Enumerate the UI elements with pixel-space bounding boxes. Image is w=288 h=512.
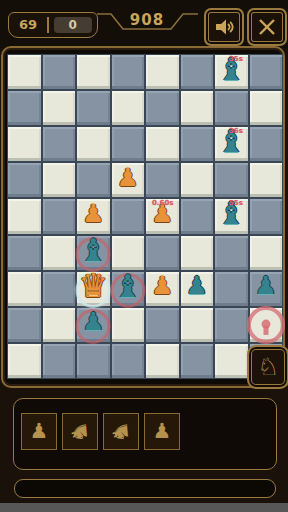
- orange-pawn[interactable]: ♟: [145, 271, 180, 307]
- cell-r1c5[interactable]: [181, 91, 214, 125]
- cell-r8c1[interactable]: [43, 344, 76, 378]
- cell-r3c6[interactable]: [215, 163, 248, 197]
- cell-r5c3[interactable]: [112, 236, 145, 270]
- cell-r0c3[interactable]: [112, 55, 145, 89]
- teal-pawn-glyph: ♟: [82, 307, 104, 336]
- cell-r0c5[interactable]: [181, 55, 214, 89]
- cell-r5c1[interactable]: [43, 236, 76, 270]
- orange-pawn[interactable]: ♟: [145, 198, 180, 234]
- cell-r8c3[interactable]: [112, 344, 145, 378]
- cell-r3c0[interactable]: [8, 163, 41, 197]
- cell-r0c7[interactable]: [250, 55, 283, 89]
- teal-bishop-glyph: ♝: [217, 51, 245, 87]
- board: ♝35s♝36s♟♟♟0.60s♝55s♝♛♝♟♟♟♟: [7, 54, 283, 379]
- orange-queen-glyph: ♛: [78, 266, 108, 305]
- orange-pawn[interactable]: ♟: [111, 162, 146, 198]
- score-value: 908: [130, 11, 164, 29]
- cell-r1c1[interactable]: [43, 91, 76, 125]
- cell-r7c6[interactable]: [215, 308, 248, 342]
- sound-button[interactable]: [204, 8, 244, 46]
- progress-bar: [14, 479, 276, 498]
- cell-r8c5[interactable]: [181, 344, 214, 378]
- cell-r5c7[interactable]: [250, 236, 283, 270]
- cell-r3c1[interactable]: [43, 163, 76, 197]
- cell-r5c5[interactable]: [181, 236, 214, 270]
- teal-pawn[interactable]: ♟: [76, 307, 111, 343]
- cell-r1c0[interactable]: [8, 91, 41, 125]
- knight-power-button[interactable]: ♘: [247, 345, 288, 389]
- cell-r4c1[interactable]: [43, 199, 76, 233]
- cell-r1c7[interactable]: [250, 91, 283, 125]
- orange-pawn-glyph: ♟: [151, 199, 173, 228]
- cell-r0c1[interactable]: [43, 55, 76, 89]
- cell-r7c0[interactable]: [8, 308, 41, 342]
- teal-bishop[interactable]: ♝: [214, 126, 249, 162]
- cell-r7c3[interactable]: [112, 308, 145, 342]
- cell-r3c4[interactable]: [146, 163, 179, 197]
- cell-r2c3[interactable]: [112, 127, 145, 161]
- game-screen: 69 0 908 ♝35s♝36s♟♟♟0.60: [0, 0, 288, 512]
- cell-r6c0[interactable]: [8, 272, 41, 306]
- cell-r0c2[interactable]: [77, 55, 110, 89]
- cell-r8c4[interactable]: [146, 344, 179, 378]
- cell-r7c1[interactable]: [43, 308, 76, 342]
- top-bar: 69 0 908: [0, 0, 288, 48]
- knight-icon: ♘: [257, 355, 279, 379]
- close-icon: [256, 16, 278, 38]
- teal-pawn-glyph: ♟: [186, 271, 208, 300]
- cell-r4c3[interactable]: [112, 199, 145, 233]
- teal-bishop[interactable]: ♝: [214, 198, 249, 234]
- cell-r2c5[interactable]: [181, 127, 214, 161]
- orange-pawn-glyph: ♟: [82, 199, 104, 228]
- tray-slot-3-knight-silhouette[interactable]: ♞: [103, 413, 139, 450]
- pawn-silhouette: ♟: [153, 421, 172, 442]
- orange-pawn-glyph: ♟: [151, 271, 173, 300]
- cell-r1c4[interactable]: [146, 91, 179, 125]
- cell-r3c5[interactable]: [181, 163, 214, 197]
- close-button[interactable]: [247, 8, 287, 46]
- teal-bishop[interactable]: ♝: [111, 271, 146, 307]
- cell-r8c2[interactable]: [77, 344, 110, 378]
- cell-r2c0[interactable]: [8, 127, 41, 161]
- orange-pawn[interactable]: ♟: [76, 198, 111, 234]
- teal-bishop[interactable]: ♝: [214, 54, 249, 90]
- cell-r5c4[interactable]: [146, 236, 179, 270]
- teal-bishop-glyph: ♝: [217, 195, 245, 231]
- tray-slots: ♟♞♞♟: [21, 413, 180, 450]
- bottom-strip: [0, 503, 288, 512]
- cell-r4c0[interactable]: [8, 199, 41, 233]
- cell-r7c4[interactable]: [146, 308, 179, 342]
- cell-r7c5[interactable]: [181, 308, 214, 342]
- teal-bishop-glyph: ♝: [114, 268, 142, 304]
- knight-silhouette: ♞: [110, 419, 133, 443]
- teal-bishop-glyph: ♝: [79, 232, 107, 268]
- cell-r1c6[interactable]: [215, 91, 248, 125]
- cell-r3c7[interactable]: [250, 163, 283, 197]
- cell-r6c1[interactable]: [43, 272, 76, 306]
- cell-r2c1[interactable]: [43, 127, 76, 161]
- orange-pawn-glyph: ♟: [117, 163, 139, 192]
- cell-r0c4[interactable]: [146, 55, 179, 89]
- cell-r8c6[interactable]: [215, 344, 248, 378]
- target-marker[interactable]: [249, 307, 284, 343]
- cell-r0c0[interactable]: [8, 55, 41, 89]
- teal-pawn[interactable]: ♟: [249, 271, 284, 307]
- cell-r5c6[interactable]: [215, 236, 248, 270]
- tray-slot-4-pawn-silhouette[interactable]: ♟: [144, 413, 180, 450]
- cell-r6c6[interactable]: [215, 272, 248, 306]
- teal-pawn-glyph: ♟: [255, 271, 277, 300]
- target-stem: [263, 326, 268, 335]
- teal-bishop-glyph: ♝: [217, 123, 245, 159]
- cell-r8c0[interactable]: [8, 344, 41, 378]
- teal-pawn[interactable]: ♟: [180, 271, 215, 307]
- tray-slot-1-pawn-silhouette[interactable]: ♟: [21, 413, 57, 450]
- speaker-icon: [213, 16, 235, 38]
- cell-r2c7[interactable]: [250, 127, 283, 161]
- board-frame: ♝35s♝36s♟♟♟0.60s♝55s♝♛♝♟♟♟♟: [1, 46, 285, 388]
- cell-r5c0[interactable]: [8, 236, 41, 270]
- orange-queen[interactable]: ♛: [76, 271, 111, 307]
- cell-r2c4[interactable]: [146, 127, 179, 161]
- piece-tray: ♟♞♞♟: [13, 398, 277, 470]
- cell-r2c2[interactable]: [77, 127, 110, 161]
- cell-r1c2[interactable]: [77, 91, 110, 125]
- knight-silhouette: ♞: [69, 419, 92, 443]
- tray-slot-2-knight-silhouette[interactable]: ♞: [62, 413, 98, 450]
- cell-r4c5[interactable]: [181, 199, 214, 233]
- cell-r1c3[interactable]: [112, 91, 145, 125]
- cell-r4c7[interactable]: [250, 199, 283, 233]
- cell-r3c2[interactable]: [77, 163, 110, 197]
- pawn-silhouette: ♟: [30, 421, 49, 442]
